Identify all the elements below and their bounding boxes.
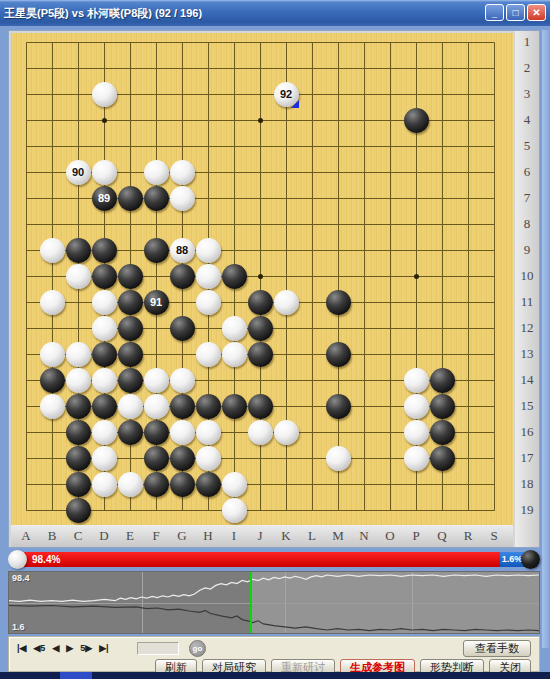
white-stone bbox=[66, 368, 91, 393]
white-stone bbox=[144, 394, 169, 419]
black-stone bbox=[326, 394, 351, 419]
column-label: I bbox=[224, 529, 244, 543]
white-stone: 90 bbox=[66, 160, 91, 185]
winrate-curves bbox=[9, 572, 539, 633]
white-stone bbox=[170, 368, 195, 393]
white-stone bbox=[222, 472, 247, 497]
white-stone bbox=[144, 160, 169, 185]
black-stone bbox=[66, 498, 91, 523]
row-label: 9 bbox=[517, 243, 537, 257]
black-stone bbox=[92, 394, 117, 419]
close-button[interactable]: ✕ bbox=[527, 4, 546, 21]
black-stone bbox=[222, 394, 247, 419]
window-buttons: _ □ ✕ bbox=[485, 4, 546, 21]
black-stone bbox=[196, 472, 221, 497]
black-winrate-label: 1.6% bbox=[502, 554, 523, 564]
white-stone bbox=[118, 472, 143, 497]
black-stone bbox=[170, 394, 195, 419]
white-stone bbox=[248, 420, 273, 445]
column-label: C bbox=[68, 529, 88, 543]
white-stone bbox=[404, 368, 429, 393]
white-stone bbox=[326, 446, 351, 471]
white-stone bbox=[92, 446, 117, 471]
white-winrate-segment: 98.4% bbox=[24, 552, 500, 567]
row-label: 11 bbox=[517, 295, 537, 309]
white-stone bbox=[196, 420, 221, 445]
column-coordinates: ABCDEFGHIJKLMNOPQRS bbox=[11, 525, 513, 547]
winrate-graph[interactable]: 98.4 1.6 bbox=[8, 571, 540, 634]
white-stone: 88 bbox=[170, 238, 195, 263]
column-label: M bbox=[328, 529, 348, 543]
white-stone bbox=[92, 420, 117, 445]
column-label: A bbox=[16, 529, 36, 543]
black-stone bbox=[118, 316, 143, 341]
black-stone bbox=[118, 420, 143, 445]
white-stone bbox=[404, 420, 429, 445]
window-right-border bbox=[542, 30, 549, 648]
black-stone bbox=[66, 238, 91, 263]
black-stone bbox=[92, 264, 117, 289]
white-stone bbox=[40, 290, 65, 315]
white-stone bbox=[222, 342, 247, 367]
black-stone-icon bbox=[521, 550, 540, 569]
black-stone bbox=[326, 342, 351, 367]
white-stone bbox=[144, 368, 169, 393]
app-window: 王星昊(P5段) vs 朴河暎(P8段) (92 / 196) _ □ ✕ 92… bbox=[0, 0, 550, 679]
black-stone bbox=[118, 342, 143, 367]
last-move-marker-icon bbox=[291, 100, 299, 108]
star-point bbox=[414, 274, 419, 279]
black-stone bbox=[118, 264, 143, 289]
white-stone bbox=[92, 160, 117, 185]
taskbar-item[interactable] bbox=[60, 672, 92, 679]
nav-button[interactable]: ◀5 bbox=[33, 642, 45, 654]
graph-top-label: 98.4 bbox=[12, 573, 30, 583]
black-stone bbox=[170, 264, 195, 289]
black-stone bbox=[248, 342, 273, 367]
title-bar[interactable]: 王星昊(P5段) vs 朴河暎(P8段) (92 / 196) _ □ ✕ bbox=[0, 0, 550, 26]
black-stone bbox=[404, 108, 429, 133]
black-stone bbox=[430, 446, 455, 471]
white-stone bbox=[40, 394, 65, 419]
white-stone bbox=[196, 342, 221, 367]
row-label: 15 bbox=[517, 399, 537, 413]
white-stone bbox=[170, 420, 195, 445]
white-stone bbox=[196, 238, 221, 263]
white-stone bbox=[404, 446, 429, 471]
white-stone bbox=[92, 368, 117, 393]
white-stone bbox=[92, 290, 117, 315]
black-stone bbox=[222, 264, 247, 289]
nav-button[interactable]: ▶| bbox=[99, 642, 108, 654]
white-stone bbox=[66, 342, 91, 367]
black-stone bbox=[66, 446, 91, 471]
row-coordinates: 12345678910111213141516171819 bbox=[515, 31, 539, 547]
star-point bbox=[102, 118, 107, 123]
white-stone bbox=[92, 316, 117, 341]
column-label: B bbox=[42, 529, 62, 543]
column-label: D bbox=[94, 529, 114, 543]
row-label: 4 bbox=[517, 113, 537, 127]
column-label: R bbox=[458, 529, 478, 543]
black-stone bbox=[92, 342, 117, 367]
graph-bottom-label: 1.6 bbox=[12, 622, 25, 632]
white-stone bbox=[170, 160, 195, 185]
black-stone bbox=[118, 186, 143, 211]
black-stone bbox=[248, 394, 273, 419]
row-label: 7 bbox=[517, 191, 537, 205]
column-label: H bbox=[198, 529, 218, 543]
black-stone bbox=[92, 238, 117, 263]
column-label: N bbox=[354, 529, 374, 543]
white-stone bbox=[170, 186, 195, 211]
white-stone bbox=[196, 264, 221, 289]
column-label: E bbox=[120, 529, 140, 543]
move-number-input[interactable] bbox=[137, 642, 179, 655]
go-button[interactable]: go bbox=[189, 640, 206, 657]
column-label: L bbox=[302, 529, 322, 543]
row-label: 14 bbox=[517, 373, 537, 387]
white-stone bbox=[222, 316, 247, 341]
row-label: 8 bbox=[517, 217, 537, 231]
star-point bbox=[258, 118, 263, 123]
white-stone bbox=[92, 82, 117, 107]
column-label: G bbox=[172, 529, 192, 543]
maximize-button[interactable]: □ bbox=[506, 4, 525, 21]
black-stone bbox=[248, 290, 273, 315]
black-stone bbox=[144, 446, 169, 471]
nav-button[interactable]: 5▶ bbox=[80, 642, 92, 654]
winrate-bar: 98.4% 1.6% bbox=[8, 551, 540, 568]
column-label: K bbox=[276, 529, 296, 543]
row-label: 1 bbox=[517, 35, 537, 49]
white-winrate-label: 98.4% bbox=[32, 554, 60, 565]
column-label: J bbox=[250, 529, 270, 543]
column-label: O bbox=[380, 529, 400, 543]
black-stone bbox=[144, 186, 169, 211]
column-label: P bbox=[406, 529, 426, 543]
black-stone: 89 bbox=[92, 186, 117, 211]
row-label: 6 bbox=[517, 165, 537, 179]
black-stone bbox=[196, 394, 221, 419]
row-label: 19 bbox=[517, 503, 537, 517]
row-label: 12 bbox=[517, 321, 537, 335]
minimize-button[interactable]: _ bbox=[485, 4, 504, 21]
white-stone bbox=[40, 238, 65, 263]
white-stone bbox=[66, 264, 91, 289]
white-stone bbox=[92, 472, 117, 497]
white-stone bbox=[274, 290, 299, 315]
black-stone bbox=[118, 368, 143, 393]
row-label: 18 bbox=[517, 477, 537, 491]
white-stone bbox=[40, 342, 65, 367]
white-stone-icon bbox=[8, 550, 27, 569]
row-label: 17 bbox=[517, 451, 537, 465]
move-navigation: |◀◀5◀▶5▶▶| bbox=[17, 642, 109, 654]
nav-button[interactable]: ▶ bbox=[66, 642, 73, 654]
row-label: 5 bbox=[517, 139, 537, 153]
black-stone bbox=[118, 290, 143, 315]
black-stone: 91 bbox=[144, 290, 169, 315]
black-stone bbox=[170, 446, 195, 471]
black-stone bbox=[66, 420, 91, 445]
white-stone bbox=[222, 498, 247, 523]
column-label: F bbox=[146, 529, 166, 543]
nav-button[interactable]: |◀ bbox=[17, 642, 26, 654]
white-stone bbox=[274, 420, 299, 445]
window-title: 王星昊(P5段) vs 朴河暎(P8段) (92 / 196) bbox=[0, 6, 202, 21]
black-stone bbox=[170, 316, 195, 341]
black-stone bbox=[248, 316, 273, 341]
black-stone bbox=[66, 472, 91, 497]
nav-button[interactable]: ◀ bbox=[52, 642, 59, 654]
black-stone bbox=[40, 368, 65, 393]
column-label: S bbox=[484, 529, 504, 543]
control-panel: |◀◀5◀▶5▶▶| go 查看手数 刷新对局研究重新研讨生成参考图形势判断关闭 bbox=[8, 636, 540, 672]
row-label: 10 bbox=[517, 269, 537, 283]
taskbar bbox=[0, 672, 550, 679]
go-board[interactable]: 9290898891 bbox=[11, 33, 513, 525]
row-label: 13 bbox=[517, 347, 537, 361]
white-stone bbox=[196, 446, 221, 471]
black-stone bbox=[66, 394, 91, 419]
row-label: 16 bbox=[517, 425, 537, 439]
black-stone bbox=[326, 290, 351, 315]
column-label: Q bbox=[432, 529, 452, 543]
black-stone bbox=[170, 472, 195, 497]
black-stone bbox=[144, 420, 169, 445]
view-moves-button[interactable]: 查看手数 bbox=[463, 640, 531, 657]
row-label: 3 bbox=[517, 87, 537, 101]
black-stone bbox=[430, 394, 455, 419]
white-stone bbox=[196, 290, 221, 315]
star-point bbox=[258, 274, 263, 279]
white-stone bbox=[118, 394, 143, 419]
black-stone bbox=[144, 472, 169, 497]
white-stone bbox=[404, 394, 429, 419]
black-stone bbox=[430, 420, 455, 445]
board-panel: 9290898891 12345678910111213141516171819… bbox=[8, 30, 540, 548]
current-move-marker bbox=[250, 572, 252, 633]
row-label: 2 bbox=[517, 61, 537, 75]
black-stone bbox=[144, 238, 169, 263]
black-stone bbox=[430, 368, 455, 393]
